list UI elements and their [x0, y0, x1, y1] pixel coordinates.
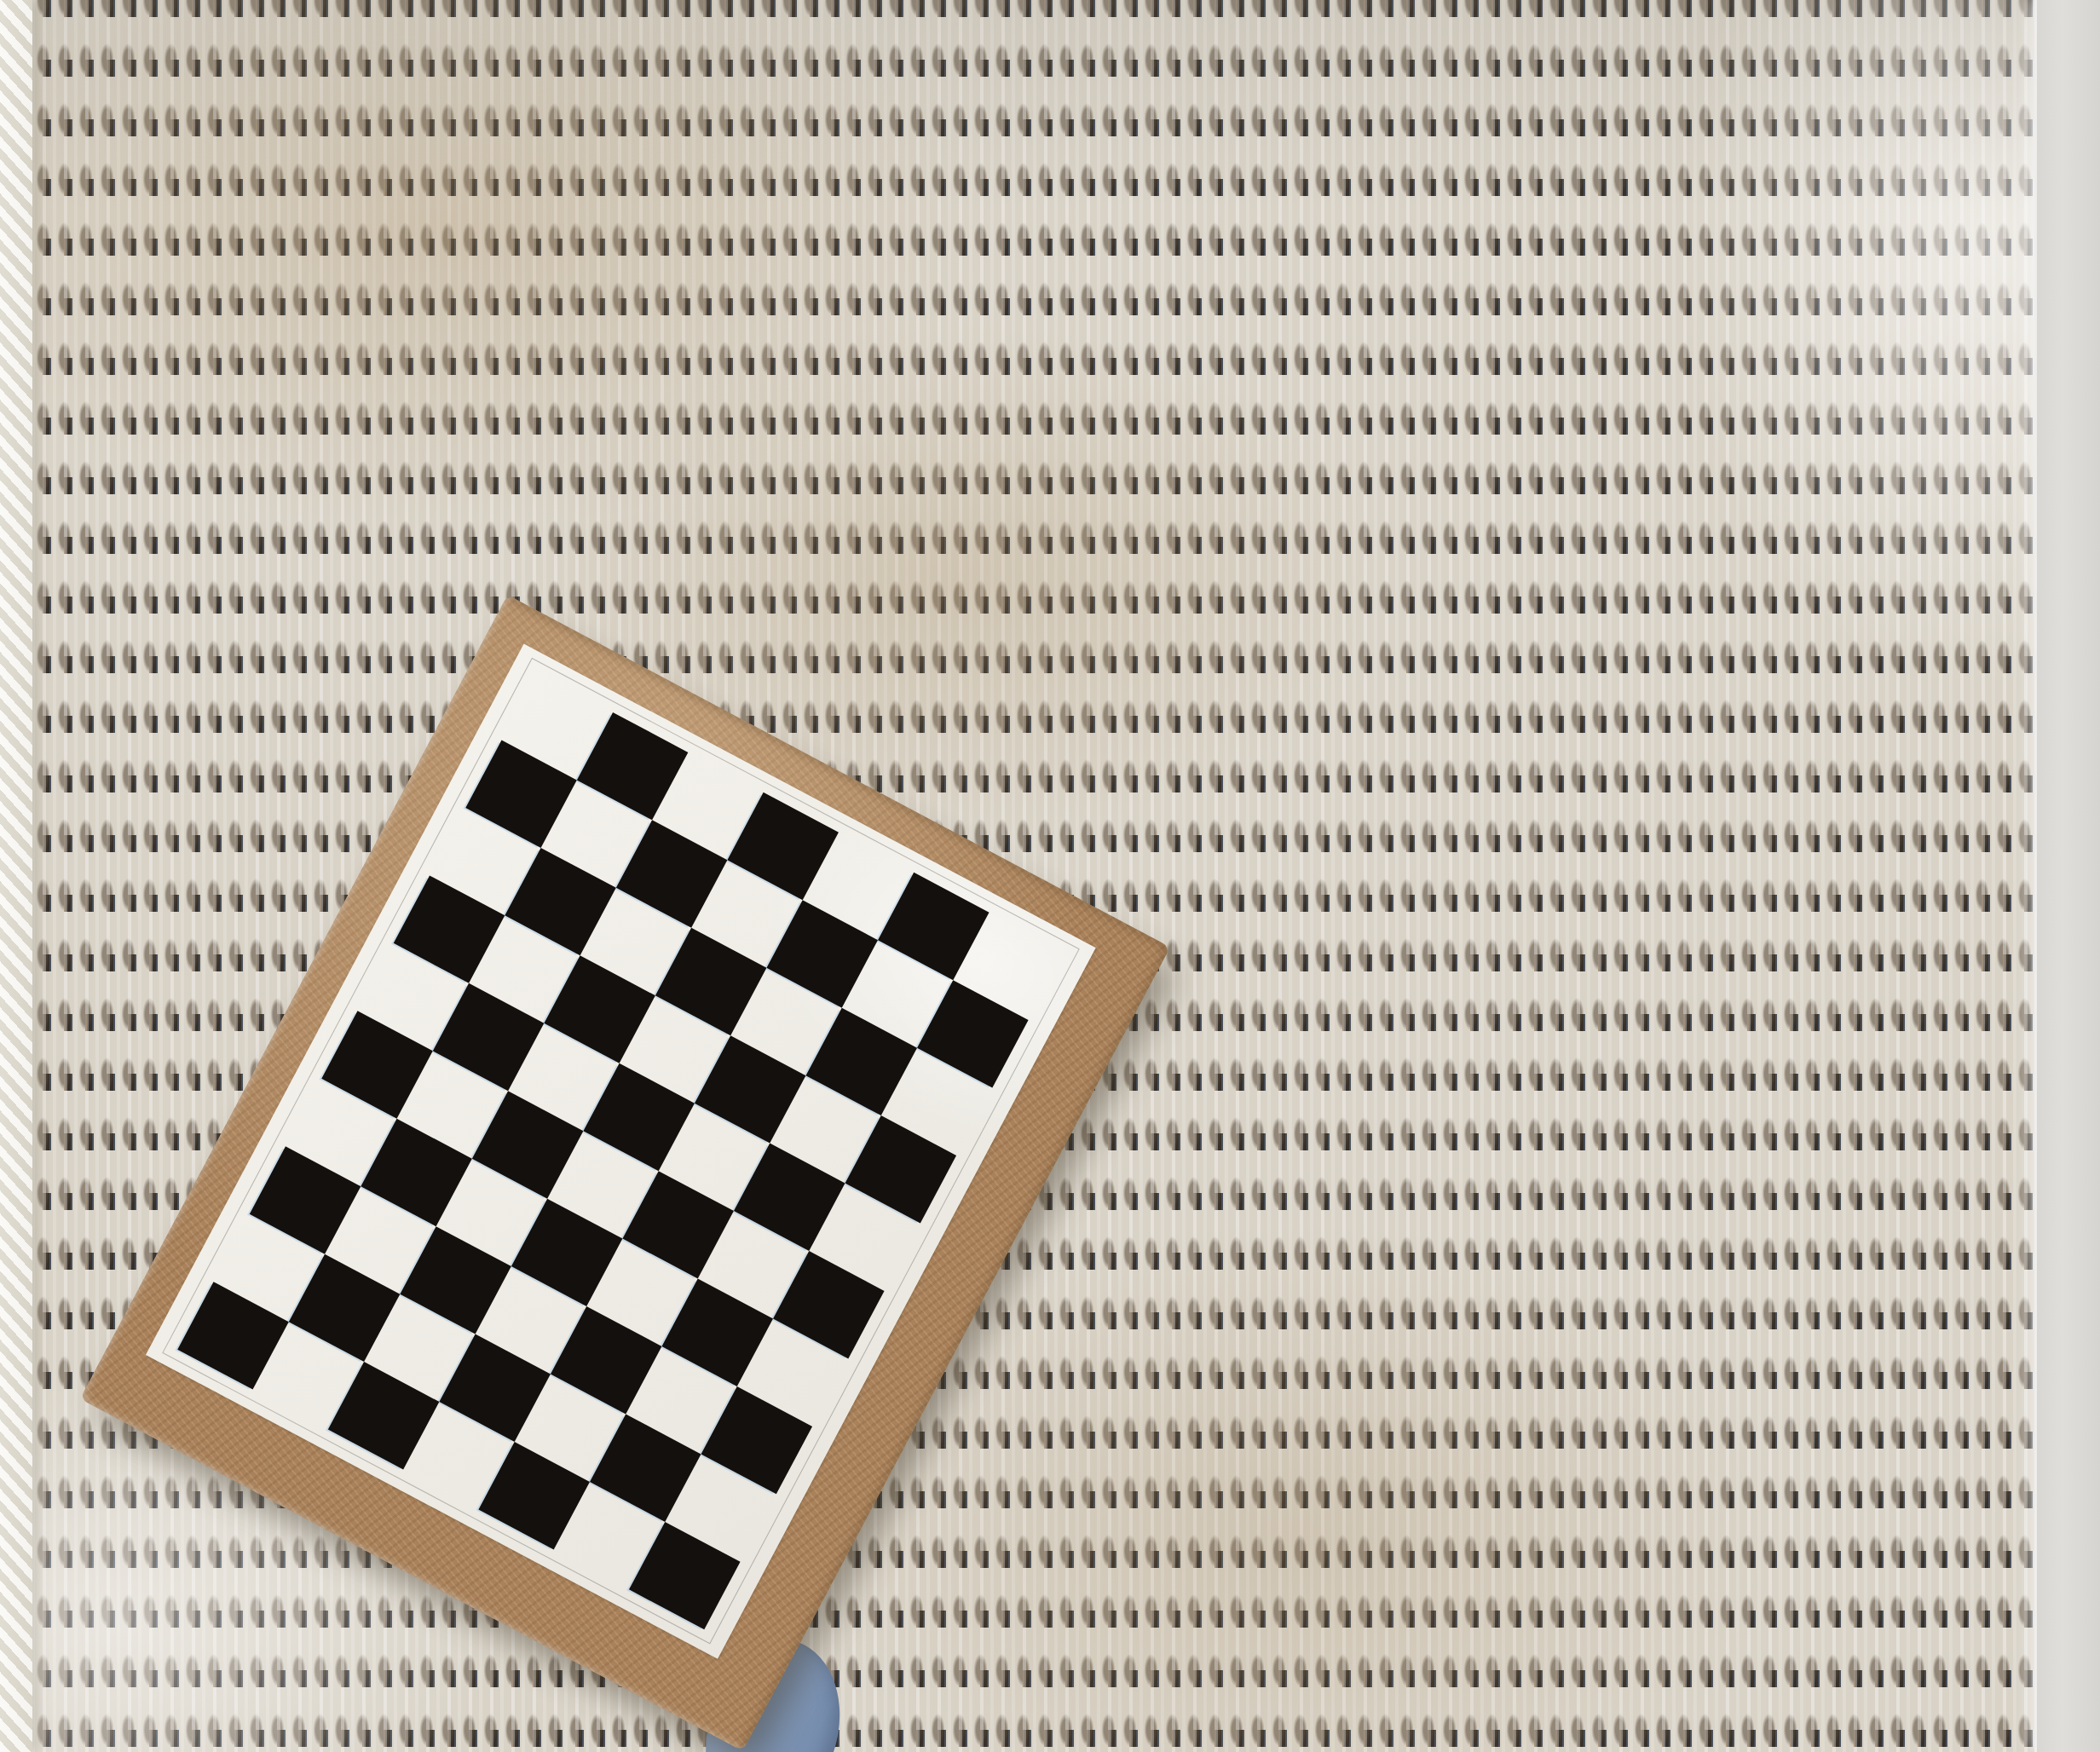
belt-left-edge-strip	[0, 0, 32, 1752]
photo-scene	[0, 0, 2100, 1752]
belt-right-edge-strip	[2034, 0, 2100, 1752]
